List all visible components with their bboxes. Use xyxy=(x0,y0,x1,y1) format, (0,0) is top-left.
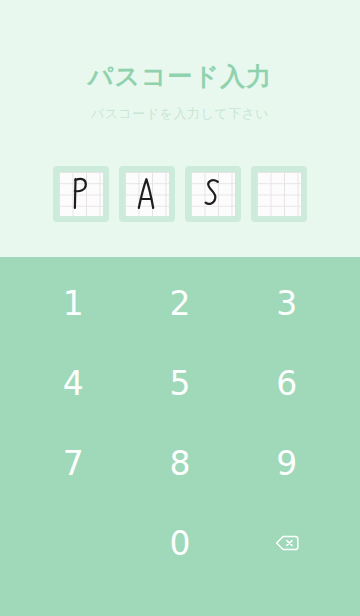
passcode-slot-3 xyxy=(185,166,241,222)
backspace-icon xyxy=(274,533,300,553)
passcode-slot-4 xyxy=(251,166,307,222)
passcode-slot-2 xyxy=(119,166,175,222)
key-4[interactable]: 4 xyxy=(20,343,127,423)
key-2[interactable]: 2 xyxy=(127,263,234,343)
passcode-slots xyxy=(0,166,360,222)
slot-letter-S xyxy=(191,172,235,216)
slot-letter-P xyxy=(59,172,103,216)
header-section: パスコード入力 パスコードを入力して下さい xyxy=(0,0,360,257)
key-1[interactable]: 1 xyxy=(20,263,127,343)
passcode-screen: パスコード入力 パスコードを入力して下さい 1234567890 xyxy=(0,0,360,616)
page-subtitle: パスコードを入力して下さい xyxy=(0,106,360,122)
key-0[interactable]: 0 xyxy=(127,503,234,583)
keypad: 1234567890 xyxy=(0,257,360,616)
passcode-slot-1 xyxy=(53,166,109,222)
key-9[interactable]: 9 xyxy=(233,423,340,503)
slot-letter-A xyxy=(125,172,169,216)
key-backspace[interactable] xyxy=(233,503,340,583)
key-5[interactable]: 5 xyxy=(127,343,234,423)
key-empty xyxy=(20,503,127,583)
key-3[interactable]: 3 xyxy=(233,263,340,343)
key-6[interactable]: 6 xyxy=(233,343,340,423)
key-7[interactable]: 7 xyxy=(20,423,127,503)
key-8[interactable]: 8 xyxy=(127,423,234,503)
page-title: パスコード入力 xyxy=(0,0,360,91)
